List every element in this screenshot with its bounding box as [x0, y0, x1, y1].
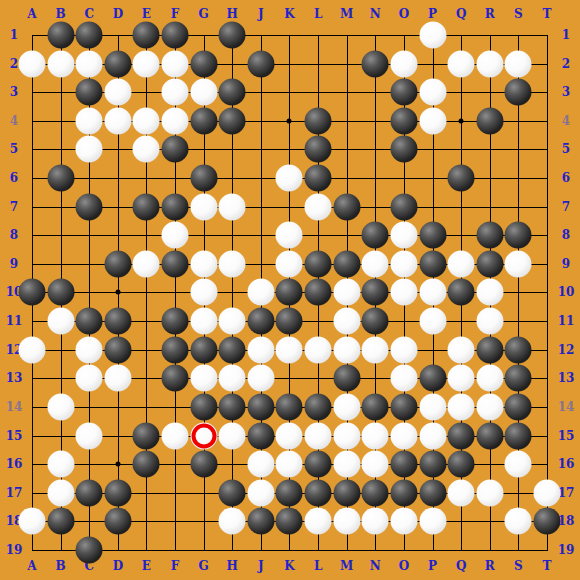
black-stone-S14[interactable] [505, 393, 532, 420]
black-stone-L16[interactable] [305, 451, 332, 478]
black-stone-T18[interactable] [533, 508, 560, 535]
white-stone-F2[interactable] [162, 50, 189, 77]
black-stone-Q16[interactable] [448, 451, 475, 478]
row-label-left: 11 [6, 315, 23, 327]
white-stone-Q14[interactable] [448, 393, 475, 420]
white-stone-B17[interactable] [47, 479, 74, 506]
white-stone-L15[interactable] [305, 422, 332, 449]
column-label-bottom: T [543, 560, 552, 572]
black-stone-P17[interactable] [419, 479, 446, 506]
black-stone-L6[interactable] [305, 165, 332, 192]
white-stone-P4[interactable] [419, 107, 446, 134]
white-stone-P10[interactable] [419, 279, 446, 306]
white-stone-Q9[interactable] [448, 250, 475, 277]
black-stone-O7[interactable] [390, 193, 417, 220]
row-label-right: 16 [558, 458, 575, 470]
black-stone-N10[interactable] [362, 279, 389, 306]
black-stone-Q6[interactable] [448, 165, 475, 192]
row-label-left: 2 [10, 58, 18, 70]
white-stone-N9[interactable] [362, 250, 389, 277]
white-stone-G13[interactable] [190, 365, 217, 392]
black-stone-O17[interactable] [390, 479, 417, 506]
white-stone-R2[interactable] [476, 50, 503, 77]
column-label-bottom: P [428, 560, 437, 572]
white-stone-N15[interactable] [362, 422, 389, 449]
column-label-top: P [428, 8, 437, 20]
column-label-bottom: F [171, 560, 180, 572]
black-stone-L17[interactable] [305, 479, 332, 506]
column-label-top: A [27, 8, 36, 20]
white-stone-H7[interactable] [219, 193, 246, 220]
black-stone-B18[interactable] [47, 508, 74, 535]
white-stone-S9[interactable] [505, 250, 532, 277]
white-stone-C12[interactable] [76, 336, 103, 363]
black-stone-H17[interactable] [219, 479, 246, 506]
white-stone-B16[interactable] [47, 451, 74, 478]
white-stone-H9[interactable] [219, 250, 246, 277]
column-label-bottom: M [340, 560, 353, 572]
white-stone-C15[interactable] [76, 422, 103, 449]
white-stone-C2[interactable] [76, 50, 103, 77]
black-stone-E7[interactable] [133, 193, 160, 220]
white-stone-O2[interactable] [390, 50, 417, 77]
black-stone-J2[interactable] [247, 50, 274, 77]
white-stone-O9[interactable] [390, 250, 417, 277]
black-stone-P16[interactable] [419, 451, 446, 478]
row-label-left: 15 [6, 430, 23, 442]
row-label-left: 6 [10, 172, 18, 184]
white-stone-A12[interactable] [19, 336, 46, 363]
black-stone-K14[interactable] [276, 393, 303, 420]
black-stone-C1[interactable] [76, 22, 103, 49]
black-stone-O16[interactable] [390, 451, 417, 478]
white-stone-F3[interactable] [162, 79, 189, 106]
black-stone-D12[interactable] [104, 336, 131, 363]
row-label-right: 2 [562, 58, 570, 70]
black-stone-L14[interactable] [305, 393, 332, 420]
black-stone-S3[interactable] [505, 79, 532, 106]
row-label-left: 5 [10, 143, 18, 155]
column-label-top: G [199, 8, 209, 20]
white-stone-N12[interactable] [362, 336, 389, 363]
black-stone-G12[interactable] [190, 336, 217, 363]
row-label-right: 8 [562, 229, 570, 241]
black-stone-F13[interactable] [162, 365, 189, 392]
white-stone-O15[interactable] [390, 422, 417, 449]
column-label-bottom: R [485, 560, 495, 572]
column-label-top: B [56, 8, 66, 20]
white-stone-M14[interactable] [333, 393, 360, 420]
row-label-right: 9 [562, 258, 570, 270]
white-stone-R11[interactable] [476, 308, 503, 335]
black-stone-Q10[interactable] [448, 279, 475, 306]
column-label-top: K [284, 8, 294, 20]
row-label-right: 15 [558, 430, 575, 442]
white-stone-K12[interactable] [276, 336, 303, 363]
white-stone-D13[interactable] [104, 365, 131, 392]
black-stone-C17[interactable] [76, 479, 103, 506]
white-stone-D3[interactable] [104, 79, 131, 106]
white-stone-P11[interactable] [419, 308, 446, 335]
white-stone-K6[interactable] [276, 165, 303, 192]
star-point [287, 118, 292, 123]
row-label-left: 13 [6, 372, 23, 384]
last-move-marker [191, 423, 216, 448]
white-stone-C13[interactable] [76, 365, 103, 392]
white-stone-S18[interactable] [505, 508, 532, 535]
column-label-bottom: G [199, 560, 209, 572]
row-label-left: 16 [6, 458, 23, 470]
black-stone-G16[interactable] [190, 451, 217, 478]
black-stone-M17[interactable] [333, 479, 360, 506]
black-stone-R12[interactable] [476, 336, 503, 363]
black-stone-F5[interactable] [162, 136, 189, 163]
white-stone-R10[interactable] [476, 279, 503, 306]
black-stone-E16[interactable] [133, 451, 160, 478]
black-stone-D2[interactable] [104, 50, 131, 77]
star-point [115, 290, 120, 295]
row-label-left: 9 [10, 258, 18, 270]
black-stone-K17[interactable] [276, 479, 303, 506]
row-label-left: 7 [10, 201, 18, 213]
white-stone-J10[interactable] [247, 279, 274, 306]
white-stone-K8[interactable] [276, 222, 303, 249]
black-stone-M9[interactable] [333, 250, 360, 277]
black-stone-C7[interactable] [76, 193, 103, 220]
black-stone-N8[interactable] [362, 222, 389, 249]
white-stone-E9[interactable] [133, 250, 160, 277]
white-stone-H11[interactable] [219, 308, 246, 335]
white-stone-J17[interactable] [247, 479, 274, 506]
white-stone-G9[interactable] [190, 250, 217, 277]
white-stone-O12[interactable] [390, 336, 417, 363]
column-label-top: H [227, 8, 238, 20]
white-stone-G3[interactable] [190, 79, 217, 106]
white-stone-D4[interactable] [104, 107, 131, 134]
white-stone-Q12[interactable] [448, 336, 475, 363]
white-stone-B2[interactable] [47, 50, 74, 77]
white-stone-F8[interactable] [162, 222, 189, 249]
column-label-top: M [340, 8, 353, 20]
column-label-top: S [514, 8, 523, 20]
column-label-bottom: Q [456, 560, 466, 572]
column-label-bottom: B [56, 560, 66, 572]
column-label-bottom: E [142, 560, 151, 572]
black-stone-J14[interactable] [247, 393, 274, 420]
white-stone-L12[interactable] [305, 336, 332, 363]
white-stone-B11[interactable] [47, 308, 74, 335]
row-label-right: 14 [558, 401, 575, 413]
column-label-top: T [543, 8, 552, 20]
white-stone-M10[interactable] [333, 279, 360, 306]
black-stone-C11[interactable] [76, 308, 103, 335]
white-stone-F15[interactable] [162, 422, 189, 449]
white-stone-T17[interactable] [533, 479, 560, 506]
row-label-left: 3 [10, 86, 18, 98]
white-stone-E4[interactable] [133, 107, 160, 134]
white-stone-E5[interactable] [133, 136, 160, 163]
column-label-top: C [84, 8, 94, 20]
column-label-top: F [171, 8, 180, 20]
black-stone-F11[interactable] [162, 308, 189, 335]
black-stone-S12[interactable] [505, 336, 532, 363]
black-stone-H3[interactable] [219, 79, 246, 106]
grid-line-horizontal [32, 550, 548, 551]
black-stone-O3[interactable] [390, 79, 417, 106]
white-stone-H15[interactable] [219, 422, 246, 449]
white-stone-K9[interactable] [276, 250, 303, 277]
white-stone-S2[interactable] [505, 50, 532, 77]
black-stone-L5[interactable] [305, 136, 332, 163]
black-stone-H1[interactable] [219, 22, 246, 49]
black-stone-D11[interactable] [104, 308, 131, 335]
black-stone-S8[interactable] [505, 222, 532, 249]
black-stone-J11[interactable] [247, 308, 274, 335]
column-label-top: N [370, 8, 381, 20]
row-label-right: 4 [562, 115, 570, 127]
black-stone-B10[interactable] [47, 279, 74, 306]
column-label-bottom: N [370, 560, 381, 572]
grid-line-vertical [547, 35, 548, 551]
row-label-right: 10 [558, 286, 575, 298]
black-stone-B6[interactable] [47, 165, 74, 192]
black-stone-P13[interactable] [419, 365, 446, 392]
black-stone-G14[interactable] [190, 393, 217, 420]
black-stone-D9[interactable] [104, 250, 131, 277]
black-stone-O5[interactable] [390, 136, 417, 163]
column-label-bottom: S [514, 560, 523, 572]
column-label-bottom: D [113, 560, 123, 572]
white-stone-Q17[interactable] [448, 479, 475, 506]
black-stone-F9[interactable] [162, 250, 189, 277]
black-stone-S13[interactable] [505, 365, 532, 392]
row-label-right: 13 [558, 372, 575, 384]
black-stone-N14[interactable] [362, 393, 389, 420]
black-stone-F1[interactable] [162, 22, 189, 49]
black-stone-C3[interactable] [76, 79, 103, 106]
white-stone-B14[interactable] [47, 393, 74, 420]
black-stone-M7[interactable] [333, 193, 360, 220]
black-stone-R4[interactable] [476, 107, 503, 134]
row-label-right: 3 [562, 86, 570, 98]
black-stone-S15[interactable] [505, 422, 532, 449]
black-stone-F12[interactable] [162, 336, 189, 363]
white-stone-J13[interactable] [247, 365, 274, 392]
white-stone-P14[interactable] [419, 393, 446, 420]
black-stone-M13[interactable] [333, 365, 360, 392]
black-stone-A10[interactable] [19, 279, 46, 306]
white-stone-R14[interactable] [476, 393, 503, 420]
white-stone-K15[interactable] [276, 422, 303, 449]
column-label-bottom: A [27, 560, 36, 572]
white-stone-N18[interactable] [362, 508, 389, 535]
black-stone-D17[interactable] [104, 479, 131, 506]
star-point [459, 118, 464, 123]
row-label-right: 11 [558, 315, 575, 327]
white-stone-M18[interactable] [333, 508, 360, 535]
column-label-top: J [258, 8, 264, 20]
column-label-top: D [113, 8, 123, 20]
white-stone-M16[interactable] [333, 451, 360, 478]
white-stone-C4[interactable] [76, 107, 103, 134]
white-stone-O8[interactable] [390, 222, 417, 249]
white-stone-M11[interactable] [333, 308, 360, 335]
black-stone-J15[interactable] [247, 422, 274, 449]
white-stone-A18[interactable] [19, 508, 46, 535]
white-stone-J12[interactable] [247, 336, 274, 363]
black-stone-G6[interactable] [190, 165, 217, 192]
column-label-bottom: L [314, 560, 322, 572]
white-stone-H18[interactable] [219, 508, 246, 535]
row-label-right: 6 [562, 172, 570, 184]
black-stone-K10[interactable] [276, 279, 303, 306]
black-stone-L9[interactable] [305, 250, 332, 277]
row-label-right: 5 [562, 143, 570, 155]
white-stone-S16[interactable] [505, 451, 532, 478]
row-label-left: 17 [6, 487, 23, 499]
black-stone-O14[interactable] [390, 393, 417, 420]
black-stone-J18[interactable] [247, 508, 274, 535]
white-stone-F4[interactable] [162, 107, 189, 134]
black-stone-C19[interactable] [76, 536, 103, 563]
column-label-top: E [142, 8, 151, 20]
black-stone-B1[interactable] [47, 22, 74, 49]
black-stone-P9[interactable] [419, 250, 446, 277]
white-stone-N16[interactable] [362, 451, 389, 478]
black-stone-R9[interactable] [476, 250, 503, 277]
white-stone-O18[interactable] [390, 508, 417, 535]
black-stone-E1[interactable] [133, 22, 160, 49]
white-stone-M15[interactable] [333, 422, 360, 449]
black-stone-F7[interactable] [162, 193, 189, 220]
black-stone-K18[interactable] [276, 508, 303, 535]
black-stone-D18[interactable] [104, 508, 131, 535]
black-stone-N17[interactable] [362, 479, 389, 506]
white-stone-P15[interactable] [419, 422, 446, 449]
white-stone-L18[interactable] [305, 508, 332, 535]
star-point [115, 462, 120, 467]
column-label-bottom: H [227, 560, 238, 572]
white-stone-A2[interactable] [19, 50, 46, 77]
white-stone-G7[interactable] [190, 193, 217, 220]
white-stone-E2[interactable] [133, 50, 160, 77]
black-stone-H4[interactable] [219, 107, 246, 134]
black-stone-G2[interactable] [190, 50, 217, 77]
black-stone-G4[interactable] [190, 107, 217, 134]
white-stone-C5[interactable] [76, 136, 103, 163]
white-stone-G10[interactable] [190, 279, 217, 306]
white-stone-Q2[interactable] [448, 50, 475, 77]
row-label-left: 8 [10, 229, 18, 241]
white-stone-R17[interactable] [476, 479, 503, 506]
white-stone-M12[interactable] [333, 336, 360, 363]
black-stone-P8[interactable] [419, 222, 446, 249]
row-label-left: 4 [10, 115, 18, 127]
black-stone-Q15[interactable] [448, 422, 475, 449]
row-label-right: 12 [558, 344, 575, 356]
column-label-top: O [399, 8, 409, 20]
row-label-left: 14 [6, 401, 23, 413]
column-label-bottom: O [399, 560, 409, 572]
black-stone-O4[interactable] [390, 107, 417, 134]
white-stone-P1[interactable] [419, 22, 446, 49]
column-label-top: Q [456, 8, 466, 20]
white-stone-P3[interactable] [419, 79, 446, 106]
black-stone-R15[interactable] [476, 422, 503, 449]
white-stone-P18[interactable] [419, 508, 446, 535]
white-stone-O13[interactable] [390, 365, 417, 392]
black-stone-N2[interactable] [362, 50, 389, 77]
column-label-bottom: J [258, 560, 264, 572]
white-stone-R13[interactable] [476, 365, 503, 392]
black-stone-E15[interactable] [133, 422, 160, 449]
black-stone-H14[interactable] [219, 393, 246, 420]
white-stone-L7[interactable] [305, 193, 332, 220]
row-label-right: 1 [562, 29, 570, 41]
row-label-right: 7 [562, 201, 570, 213]
white-stone-H13[interactable] [219, 365, 246, 392]
row-label-right: 19 [558, 544, 575, 556]
black-stone-L4[interactable] [305, 107, 332, 134]
white-stone-Q13[interactable] [448, 365, 475, 392]
white-stone-G11[interactable] [190, 308, 217, 335]
column-label-bottom: K [284, 560, 294, 572]
white-stone-J16[interactable] [247, 451, 274, 478]
black-stone-K11[interactable] [276, 308, 303, 335]
black-stone-H12[interactable] [219, 336, 246, 363]
column-label-top: R [485, 8, 495, 20]
white-stone-K16[interactable] [276, 451, 303, 478]
black-stone-N11[interactable] [362, 308, 389, 335]
column-label-top: L [314, 8, 322, 20]
black-stone-R8[interactable] [476, 222, 503, 249]
white-stone-O10[interactable] [390, 279, 417, 306]
go-board[interactable]: AABBCCDDEEFFGGHHJJKKLLMMNNOOPPQQRRSSTT11… [0, 0, 580, 580]
row-label-left: 1 [10, 29, 18, 41]
row-label-left: 19 [6, 544, 23, 556]
black-stone-L10[interactable] [305, 279, 332, 306]
